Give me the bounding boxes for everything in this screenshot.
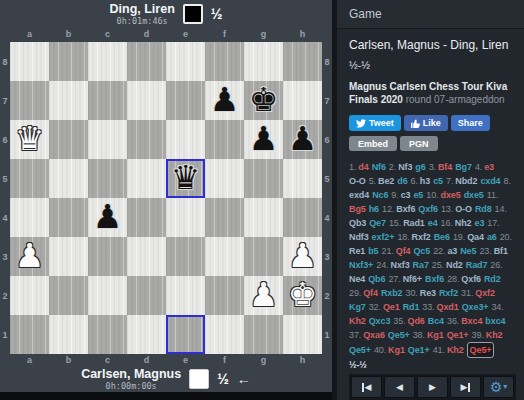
move-number: 33. <box>422 300 434 314</box>
settings-button[interactable]: ⚙▾ <box>483 376 514 398</box>
move-number: 35. <box>393 314 405 328</box>
player-name-top: Ding, Liren <box>110 2 175 16</box>
file-label-h: h <box>283 28 322 42</box>
square-a3[interactable]: ♟ <box>10 237 49 276</box>
move-number: 41. <box>433 343 445 357</box>
move-token[interactable]: dxe5 <box>464 188 484 202</box>
white-queen[interactable]: ♛ <box>10 120 49 159</box>
arrow-right-icon: ▶ <box>461 383 468 392</box>
pgn-button[interactable]: PGN <box>400 136 438 151</box>
rank-label-3: 3 <box>322 237 332 276</box>
move-number: 21. <box>382 244 394 258</box>
square-c5[interactable] <box>88 159 127 198</box>
square-c1[interactable] <box>88 315 127 354</box>
square-g8[interactable] <box>244 42 283 81</box>
move-token[interactable]: b5 <box>368 244 378 258</box>
move-token[interactable]: Rad1 <box>403 216 425 230</box>
rank-labels-left: 87654321 <box>0 42 10 354</box>
square-b6[interactable] <box>49 120 88 159</box>
move-token[interactable]: Qe1+ <box>447 328 469 342</box>
move-number: 24. <box>376 258 388 272</box>
nav-bar: ◀ ◀ ▶ ▶ ⚙▾ <box>349 374 516 400</box>
square-a8[interactable] <box>10 42 49 81</box>
move-token[interactable]: Qe5+ <box>388 328 410 342</box>
move-token[interactable]: Kh2 <box>349 314 366 328</box>
square-g6[interactable]: ♟ <box>244 120 283 159</box>
square-c8[interactable] <box>88 42 127 81</box>
square-b2[interactable] <box>49 276 88 315</box>
square-h7[interactable] <box>283 81 322 120</box>
square-f2[interactable] <box>205 276 244 315</box>
move-token[interactable]: cxd4 <box>480 174 500 188</box>
skip-start-icon <box>362 383 364 392</box>
black-color-swatch-icon <box>183 4 203 24</box>
move-token[interactable]: Qe1 <box>383 300 400 314</box>
move-number: 6. <box>411 174 418 188</box>
move-token[interactable]: Qd6 <box>408 314 425 328</box>
rank-label-4: 4 <box>0 198 10 237</box>
move-number: 30. <box>406 286 418 300</box>
rank-label-6: 6 <box>322 120 332 159</box>
to-move-arrow-icon: ← <box>237 371 251 387</box>
move-token[interactable]: Qxf6 <box>461 272 481 286</box>
last-move-button[interactable]: ▶ <box>450 376 481 398</box>
move-token[interactable]: Nbd2 <box>455 174 477 188</box>
square-b8[interactable] <box>49 42 88 81</box>
move-token[interactable]: Bf4 <box>438 160 452 174</box>
move-token[interactable]: e3 <box>475 216 485 230</box>
matchup-title: Carlsen, Magnus - Ding, Liren <box>349 38 516 52</box>
black-queen[interactable]: ♛ <box>166 159 205 198</box>
square-d3[interactable] <box>127 237 166 276</box>
first-move-button[interactable]: ◀ <box>351 376 382 398</box>
move-number: 22. <box>433 244 445 258</box>
square-a4[interactable] <box>10 198 49 237</box>
move-token[interactable]: Qf4 <box>396 244 411 258</box>
move-number: 27. <box>388 272 400 286</box>
move-token[interactable]: Qxf2 <box>475 286 495 300</box>
rank-label-8: 8 <box>322 42 332 81</box>
black-pawn[interactable]: ♟ <box>88 198 127 237</box>
move-token[interactable]: Bg5 <box>349 202 366 216</box>
player-bar-top: Ding, Liren 0h:01m:46s ½ <box>0 0 332 28</box>
arrow-left-icon: ◀ <box>365 383 372 392</box>
move-token[interactable]: Ra7 <box>413 258 429 272</box>
square-g2[interactable]: ♟ <box>244 276 283 315</box>
move-token[interactable]: bxc4 <box>485 314 505 328</box>
square-e4[interactable] <box>166 198 205 237</box>
square-e3[interactable] <box>166 237 205 276</box>
move-number: 23. <box>479 244 491 258</box>
move-token[interactable]: Ndf3 <box>349 230 369 244</box>
move-token[interactable]: Qe5+ <box>467 342 495 358</box>
move-number: 5. <box>369 174 376 188</box>
tweet-button[interactable]: Tweet <box>349 115 401 131</box>
gear-icon: ⚙ <box>490 380 503 394</box>
square-h6[interactable]: ♟ <box>283 120 322 159</box>
move-number: 19. <box>453 230 465 244</box>
move-token[interactable]: Rd1 <box>403 300 420 314</box>
embed-button[interactable]: Embed <box>349 136 397 151</box>
move-number: 25. <box>432 258 444 272</box>
share-button-row: Tweet Like Share <box>349 115 516 131</box>
tweet-button-label: Tweet <box>369 118 394 128</box>
board-footer <box>0 392 332 400</box>
move-token[interactable]: Qc5 <box>413 244 430 258</box>
move-token[interactable]: Ne4 <box>349 272 365 286</box>
rank-label-7: 7 <box>0 81 10 120</box>
square-d4[interactable] <box>127 198 166 237</box>
square-e8[interactable] <box>166 42 205 81</box>
move-token[interactable]: Bxc4 <box>461 314 482 328</box>
move-token[interactable]: d4 <box>358 160 368 174</box>
player-score-top: ½ <box>211 6 223 22</box>
move-token[interactable]: a3 <box>447 244 457 258</box>
rank-label-1: 1 <box>0 315 10 354</box>
move-token[interactable]: O-O <box>349 174 366 188</box>
move-token[interactable]: c3 <box>401 188 411 202</box>
move-token[interactable]: Qa4 <box>467 230 484 244</box>
rank-label-7: 7 <box>322 81 332 120</box>
move-number: 18. <box>397 230 409 244</box>
move-token[interactable]: a6 <box>487 230 497 244</box>
move-token[interactable]: Nf6 <box>372 160 386 174</box>
move-token[interactable]: Nxf3+ <box>349 258 373 272</box>
player-info-top: Ding, Liren 0h:01m:46s <box>110 2 175 26</box>
square-b5[interactable] <box>49 159 88 198</box>
move-token[interactable]: Rxf2 <box>412 230 431 244</box>
square-f3[interactable] <box>205 237 244 276</box>
rank-label-5: 5 <box>0 159 10 198</box>
move-number: 28. <box>447 272 459 286</box>
move-number: 40. <box>374 343 386 357</box>
square-h3[interactable]: ♟ <box>283 237 322 276</box>
move-token[interactable]: dxe5 <box>441 188 461 202</box>
file-label-e: e <box>166 28 205 42</box>
file-label-b: b <box>49 28 88 42</box>
arrow-left-icon: ◀ <box>396 383 403 392</box>
square-f8[interactable] <box>205 42 244 81</box>
white-color-swatch-icon <box>189 369 209 389</box>
arrow-right-icon: ▶ <box>429 383 436 392</box>
square-e7[interactable] <box>166 81 205 120</box>
square-d7[interactable] <box>127 81 166 120</box>
move-token[interactable]: Ne5 <box>460 244 476 258</box>
move-token[interactable]: Kh2 <box>486 328 503 342</box>
move-number: 39. <box>472 328 484 342</box>
square-a2[interactable] <box>10 276 49 315</box>
square-g4[interactable] <box>244 198 283 237</box>
next-move-button[interactable]: ▶ <box>417 376 448 398</box>
move-token[interactable]: Nc6 <box>372 188 388 202</box>
move-token[interactable]: Rd8 <box>475 202 492 216</box>
square-c7[interactable] <box>88 81 127 120</box>
move-token[interactable]: Qb6 <box>368 272 385 286</box>
result-text: ½-½ <box>349 358 367 372</box>
move-number: 2. <box>389 160 396 174</box>
move-token[interactable]: Qb3 <box>349 216 366 230</box>
move-token[interactable]: Be6 <box>434 230 450 244</box>
file-label-g: g <box>244 28 283 42</box>
move-number: 29. <box>349 286 361 300</box>
move-number: 4. <box>475 160 482 174</box>
square-h8[interactable] <box>283 42 322 81</box>
move-number: 1. <box>349 160 356 174</box>
square-g5[interactable] <box>244 159 283 198</box>
move-token[interactable]: Kg1 <box>427 328 444 342</box>
move-token[interactable]: Nf6+ <box>403 272 422 286</box>
white-king[interactable]: ♚ <box>283 276 322 315</box>
square-d5[interactable] <box>127 159 166 198</box>
square-f1[interactable] <box>205 315 244 354</box>
square-b4[interactable] <box>49 198 88 237</box>
square-h4[interactable] <box>283 198 322 237</box>
square-d8[interactable] <box>127 42 166 81</box>
square-c6[interactable] <box>88 120 127 159</box>
square-b1[interactable] <box>49 315 88 354</box>
square-a5[interactable] <box>10 159 49 198</box>
rank-label-3: 3 <box>0 237 10 276</box>
board-wrap: 87654321 ♟♚♛♟♟♛♟♟♟♟♚ 87654321 <box>0 42 332 354</box>
square-g7[interactable]: ♚ <box>244 81 283 120</box>
square-a1[interactable] <box>10 315 49 354</box>
prev-move-button[interactable]: ◀ <box>384 376 415 398</box>
panel-title: Game <box>337 0 524 29</box>
file-label-c: c <box>88 28 127 42</box>
move-number: 16. <box>441 216 453 230</box>
move-number: 32. <box>369 300 381 314</box>
move-number: 20. <box>500 230 512 244</box>
thumb-up-icon <box>411 119 420 128</box>
move-token[interactable]: Qe1+ <box>408 343 430 357</box>
square-e6[interactable] <box>166 120 205 159</box>
move-token[interactable]: e3 <box>484 160 494 174</box>
skip-end-icon <box>468 383 470 392</box>
event-line: Magnus Carlsen Chess Tour Kiva Finals 20… <box>349 80 516 106</box>
move-token[interactable]: Nxf3 <box>390 258 409 272</box>
square-f5[interactable] <box>205 159 244 198</box>
rank-label-4: 4 <box>322 198 332 237</box>
file-label-a: a <box>10 28 49 42</box>
player-clock-bottom: 0h:00m:00s <box>81 381 181 391</box>
move-number: 37. <box>349 328 361 342</box>
share-button[interactable]: Share <box>451 115 490 131</box>
move-token[interactable]: Re3 <box>420 286 436 300</box>
player-name-bottom: Carlsen, Magnus <box>81 367 181 381</box>
black-pawn[interactable]: ♟ <box>283 120 322 159</box>
move-token[interactable]: Bxf6 <box>396 202 415 216</box>
square-f7[interactable]: ♟ <box>205 81 244 120</box>
rank-labels-right: 87654321 <box>322 42 332 354</box>
move-number: 26. <box>490 258 502 272</box>
tool-button-row: Embed PGN <box>349 136 516 151</box>
move-token[interactable]: e4 <box>428 216 438 230</box>
caret-down-icon: ▾ <box>503 383 507 391</box>
move-number: 31. <box>461 286 473 300</box>
board-pane: Ding, Liren 0h:01m:46s ½ abcdefgh 876543… <box>0 0 332 400</box>
square-c3[interactable] <box>88 237 127 276</box>
move-token[interactable]: Bf1 <box>494 244 508 258</box>
move-token[interactable]: Nd2 <box>446 258 463 272</box>
twitter-bird-icon <box>356 119 366 128</box>
move-token[interactable]: Kg7 <box>349 300 366 314</box>
move-number: 11. <box>487 188 499 202</box>
square-h2[interactable]: ♚ <box>283 276 322 315</box>
rank-label-1: 1 <box>322 315 332 354</box>
move-token[interactable]: Qxa6 <box>363 328 385 342</box>
move-token[interactable]: Nh2 <box>455 216 472 230</box>
move-token[interactable]: c5 <box>433 174 443 188</box>
move-number: 15. <box>389 216 401 230</box>
white-pawn[interactable]: ♟ <box>10 237 49 276</box>
move-token[interactable]: e5 <box>413 188 423 202</box>
move-number: 7. <box>446 174 453 188</box>
square-h1[interactable] <box>283 315 322 354</box>
player-clock-top: 0h:01m:46s <box>110 16 175 26</box>
square-e5[interactable]: ♛ <box>166 159 205 198</box>
white-pawn[interactable]: ♟ <box>283 237 322 276</box>
move-token[interactable]: h3 <box>420 174 430 188</box>
game-panel: Game Carlsen, Magnus - Ding, Liren ½-½ M… <box>337 0 524 400</box>
square-c4[interactable]: ♟ <box>88 198 127 237</box>
move-list: 1.d4Nf62.Nf3g63.Bf4Bg74.e3O-O5.Be2d66.h3… <box>349 160 516 372</box>
move-number: 38. <box>413 328 425 342</box>
square-d1[interactable] <box>127 315 166 354</box>
move-token[interactable]: Qf4 <box>363 286 378 300</box>
move-token[interactable]: Be2 <box>378 174 394 188</box>
square-b3[interactable] <box>49 237 88 276</box>
move-token[interactable]: d6 <box>397 174 407 188</box>
rank-label-8: 8 <box>0 42 10 81</box>
square-d6[interactable] <box>127 120 166 159</box>
move-token[interactable]: Kh2 <box>447 343 464 357</box>
move-token[interactable]: Bg7 <box>455 160 472 174</box>
black-pawn[interactable]: ♟ <box>244 120 283 159</box>
panel-body: Carlsen, Magnus - Ding, Liren ½-½ Magnus… <box>337 29 524 400</box>
move-number: 14. <box>495 202 507 216</box>
move-token[interactable]: Qxe3+ <box>462 300 489 314</box>
move-number: 36. <box>447 314 459 328</box>
game-result: ½-½ <box>349 59 516 71</box>
move-number: 13. <box>441 202 453 216</box>
move-token[interactable]: O-O <box>455 202 472 216</box>
black-king[interactable]: ♚ <box>244 81 283 120</box>
rank-label-5: 5 <box>322 159 332 198</box>
square-f6[interactable] <box>205 120 244 159</box>
move-token[interactable]: Qe5+ <box>349 343 371 357</box>
move-token[interactable]: Qxd1 <box>437 300 459 314</box>
like-button[interactable]: Like <box>404 115 448 131</box>
move-number: 8. <box>504 174 511 188</box>
move-token[interactable]: Qxc3 <box>369 314 391 328</box>
rank-label-2: 2 <box>322 276 332 315</box>
rank-label-6: 6 <box>0 120 10 159</box>
move-token[interactable]: Rxf2 <box>439 286 458 300</box>
square-g1[interactable] <box>244 315 283 354</box>
rank-label-2: 2 <box>0 276 10 315</box>
square-e2[interactable] <box>166 276 205 315</box>
move-token[interactable]: g6 <box>415 160 425 174</box>
black-pawn[interactable]: ♟ <box>205 81 244 120</box>
move-number: 12. <box>382 202 394 216</box>
square-c2[interactable] <box>88 276 127 315</box>
square-g3[interactable] <box>244 237 283 276</box>
move-token[interactable]: exf2+ <box>372 230 395 244</box>
square-e1[interactable] <box>166 315 205 354</box>
move-token[interactable]: h6 <box>369 202 379 216</box>
move-number: 9. <box>391 188 398 202</box>
move-token[interactable]: Rxb2 <box>381 286 403 300</box>
move-token[interactable]: Rad7 <box>466 258 488 272</box>
move-number: 3. <box>429 160 436 174</box>
white-pawn[interactable]: ♟ <box>244 276 283 315</box>
move-token[interactable]: exd4 <box>349 188 369 202</box>
move-token[interactable]: Kg1 <box>388 343 405 357</box>
file-label-d: d <box>127 28 166 42</box>
square-a6[interactable]: ♛ <box>10 120 49 159</box>
move-token[interactable]: Bxf6 <box>425 272 444 286</box>
file-label-f: f <box>205 28 244 42</box>
like-button-label: Like <box>423 118 441 128</box>
app-root: Ding, Liren 0h:01m:46s ½ abcdefgh 876543… <box>0 0 524 400</box>
move-number: 17. <box>487 216 499 230</box>
move-token[interactable]: Nf3 <box>398 160 412 174</box>
square-f4[interactable] <box>205 198 244 237</box>
move-token[interactable]: Re1 <box>349 244 365 258</box>
move-token[interactable]: Bc4 <box>428 314 444 328</box>
square-h5[interactable] <box>283 159 322 198</box>
player-bar-bottom: Carlsen, Magnus 0h:00m:00s ½ ← <box>0 366 332 392</box>
move-token[interactable]: Qxf6 <box>418 202 438 216</box>
player-score-bottom: ½ <box>217 371 229 387</box>
move-number: 34. <box>491 300 503 314</box>
square-b7[interactable] <box>49 81 88 120</box>
square-d2[interactable] <box>127 276 166 315</box>
move-number: 10. <box>426 188 438 202</box>
player-info-bottom: Carlsen, Magnus 0h:00m:00s <box>81 367 181 391</box>
share-button-label: Share <box>458 118 483 128</box>
chess-board: ♟♚♛♟♟♛♟♟♟♟♚ <box>10 42 322 354</box>
move-token[interactable]: Qe7 <box>369 216 386 230</box>
event-detail: round 07-armageddon <box>403 94 505 105</box>
square-a7[interactable] <box>10 81 49 120</box>
move-token[interactable]: Rd2 <box>484 272 501 286</box>
file-labels-bottom: abcdefgh <box>10 354 322 366</box>
file-labels-top: abcdefgh <box>10 28 322 42</box>
